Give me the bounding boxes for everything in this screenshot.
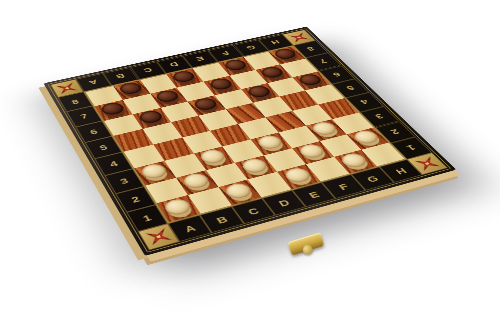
checker-light-b2[interactable] <box>180 172 211 190</box>
checker-light-d2[interactable] <box>239 157 270 175</box>
brass-clasp-icon <box>288 232 325 255</box>
checker-dark-e7[interactable] <box>207 77 235 91</box>
checker-dark-f6[interactable] <box>245 84 273 99</box>
checkers-board: ABCDEFGH ABCDEFGH 87654321 87654321 <box>44 27 457 256</box>
checker-dark-b8[interactable] <box>117 81 144 95</box>
checker-light-c3[interactable] <box>198 148 228 165</box>
checker-dark-b6[interactable] <box>136 109 164 125</box>
checker-dark-h8[interactable] <box>272 48 299 61</box>
checker-light-e1[interactable] <box>281 166 313 184</box>
checker-dark-f8[interactable] <box>222 58 249 72</box>
checker-light-e3[interactable] <box>255 134 285 151</box>
checker-light-a1[interactable] <box>161 197 193 217</box>
checker-dark-c7[interactable] <box>154 89 182 104</box>
checker-light-c1[interactable] <box>223 181 255 200</box>
photo-canvas: ABCDEFGH ABCDEFGH 87654321 87654321 <box>0 0 500 326</box>
checker-dark-d6[interactable] <box>192 97 220 112</box>
checker-dark-g7[interactable] <box>259 65 286 79</box>
checker-dark-a7[interactable] <box>99 101 127 116</box>
checker-dark-h6[interactable] <box>296 73 324 87</box>
checker-light-a3[interactable] <box>139 162 169 180</box>
checker-dark-d8[interactable] <box>170 70 197 84</box>
checker-light-h2[interactable] <box>351 129 382 145</box>
